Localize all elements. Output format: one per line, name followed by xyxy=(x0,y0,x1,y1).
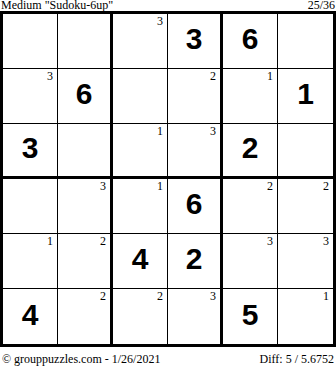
given-digit: 3 xyxy=(22,133,39,167)
cell-r2c1[interactable]: 3 xyxy=(3,69,58,124)
given-digit: 3 xyxy=(186,24,203,58)
cell-r3c5[interactable]: 2 xyxy=(223,124,278,179)
pencil-mark: 2 xyxy=(100,235,106,247)
puzzle-counter: 25/36 xyxy=(308,0,335,11)
copyright-text: © grouppuzzles.com - 1/26/2021 xyxy=(2,352,160,366)
cell-r2c3[interactable] xyxy=(113,69,168,124)
cell-r2c6[interactable]: 1 xyxy=(278,69,333,124)
cell-r4c4[interactable]: 6 xyxy=(168,179,223,234)
cell-r5c3[interactable]: 4 xyxy=(113,234,168,289)
given-digit: 5 xyxy=(242,300,259,334)
pencil-mark: 3 xyxy=(47,70,53,82)
cell-r1c1[interactable] xyxy=(3,14,58,69)
pencil-mark: 1 xyxy=(157,180,163,192)
cell-r6c5[interactable]: 5 xyxy=(223,289,278,344)
cell-r5c1[interactable]: 1 xyxy=(3,234,58,289)
cell-r1c5[interactable]: 6 xyxy=(223,14,278,69)
cell-r6c3[interactable]: 2 xyxy=(113,289,168,344)
pencil-mark: 1 xyxy=(47,235,53,247)
pencil-mark: 1 xyxy=(267,70,273,82)
given-digit: 4 xyxy=(22,300,39,334)
cell-r4c1[interactable] xyxy=(3,179,58,234)
given-digit: 6 xyxy=(242,24,259,58)
pencil-mark: 1 xyxy=(323,290,329,302)
given-digit: 2 xyxy=(186,244,203,278)
cell-r3c2[interactable] xyxy=(58,124,113,179)
cell-r5c4[interactable]: 2 xyxy=(168,234,223,289)
pencil-mark: 2 xyxy=(157,290,163,302)
cell-r1c2[interactable] xyxy=(58,14,113,69)
sudoku-page: Medium "Sudoku-6up" 25/36 33636211313231… xyxy=(0,0,336,370)
cell-r1c6[interactable] xyxy=(278,14,333,69)
cell-r3c4[interactable]: 3 xyxy=(168,124,223,179)
cell-r5c6[interactable]: 3 xyxy=(278,234,333,289)
cell-r1c3[interactable]: 3 xyxy=(113,14,168,69)
pencil-mark: 2 xyxy=(210,70,216,82)
header: Medium "Sudoku-6up" 25/36 xyxy=(0,0,336,11)
pencil-mark: 3 xyxy=(157,15,163,27)
difficulty-text: Diff: 5 / 5.6752 xyxy=(260,352,334,366)
pencil-mark: 3 xyxy=(267,235,273,247)
cell-r6c1[interactable]: 4 xyxy=(3,289,58,344)
pencil-mark: 2 xyxy=(323,180,329,192)
cell-r3c3[interactable]: 1 xyxy=(113,124,168,179)
given-digit: 1 xyxy=(297,79,314,113)
cell-r5c2[interactable]: 2 xyxy=(58,234,113,289)
cell-r3c1[interactable]: 3 xyxy=(3,124,58,179)
footer: © grouppuzzles.com - 1/26/2021 Diff: 5 /… xyxy=(0,351,336,367)
pencil-mark: 2 xyxy=(267,180,273,192)
cell-r6c2[interactable]: 2 xyxy=(58,289,113,344)
cell-r3c6[interactable] xyxy=(278,124,333,179)
cell-r2c5[interactable]: 1 xyxy=(223,69,278,124)
cell-r6c6[interactable]: 1 xyxy=(278,289,333,344)
pencil-mark: 3 xyxy=(210,125,216,137)
cell-r4c2[interactable]: 3 xyxy=(58,179,113,234)
cell-r2c2[interactable]: 6 xyxy=(58,69,113,124)
pencil-mark: 1 xyxy=(157,125,163,137)
cell-r4c3[interactable]: 1 xyxy=(113,179,168,234)
cell-r4c6[interactable]: 2 xyxy=(278,179,333,234)
pencil-mark: 2 xyxy=(100,290,106,302)
given-digit: 6 xyxy=(76,79,93,113)
cell-r6c4[interactable]: 3 xyxy=(168,289,223,344)
given-digit: 6 xyxy=(186,189,203,223)
cell-r1c4[interactable]: 3 xyxy=(168,14,223,69)
page-title: Medium "Sudoku-6up" xyxy=(1,0,113,11)
given-digit: 2 xyxy=(242,133,259,167)
pencil-mark: 3 xyxy=(323,235,329,247)
cell-r5c5[interactable]: 3 xyxy=(223,234,278,289)
given-digit: 4 xyxy=(132,244,149,278)
pencil-mark: 3 xyxy=(100,180,106,192)
sudoku-board: 33636211313231622124233422351 xyxy=(0,11,336,347)
cell-r2c4[interactable]: 2 xyxy=(168,69,223,124)
cell-r4c5[interactable]: 2 xyxy=(223,179,278,234)
pencil-mark: 3 xyxy=(210,290,216,302)
